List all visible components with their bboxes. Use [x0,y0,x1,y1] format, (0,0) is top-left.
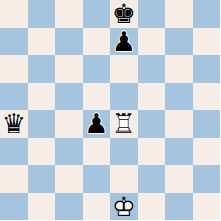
square-h3[interactable] [193,138,221,166]
square-a8[interactable] [0,0,28,28]
square-c5[interactable] [55,83,83,111]
square-e1[interactable]: ♚♔ [110,193,138,221]
square-a3[interactable] [0,138,28,166]
square-h5[interactable] [193,83,221,111]
square-e6[interactable] [110,55,138,83]
square-h7[interactable] [193,28,221,56]
square-d5[interactable] [83,83,111,111]
piece-white-king[interactable]: ♚♔ [112,193,136,220]
square-c7[interactable] [55,28,83,56]
square-g8[interactable] [165,0,193,28]
piece-outline-layer: ♖ [112,108,136,139]
square-a2[interactable] [0,165,28,193]
square-h6[interactable] [193,55,221,83]
square-f6[interactable] [138,55,166,83]
square-b3[interactable] [28,138,56,166]
square-b7[interactable] [28,28,56,56]
square-h4[interactable] [193,110,221,138]
square-a1[interactable] [0,193,28,221]
piece-outline-layer: ♔ [112,191,136,220]
square-a6[interactable] [0,55,28,83]
square-h8[interactable] [193,0,221,28]
piece-black-pawn[interactable]: ♟ [84,110,108,137]
square-g4[interactable] [165,110,193,138]
square-d8[interactable] [83,0,111,28]
piece-black-queen[interactable]: ♛ [2,110,26,137]
square-d7[interactable] [83,28,111,56]
square-g2[interactable] [165,165,193,193]
square-f4[interactable] [138,110,166,138]
square-e4[interactable]: ♜♖ [110,110,138,138]
square-b1[interactable] [28,193,56,221]
square-a4[interactable]: ♛ [0,110,28,138]
square-g1[interactable] [165,193,193,221]
square-b4[interactable] [28,110,56,138]
piece-white-rook[interactable]: ♜♖ [112,110,136,137]
square-h2[interactable] [193,165,221,193]
square-c4[interactable] [55,110,83,138]
square-c6[interactable] [55,55,83,83]
square-f5[interactable] [138,83,166,111]
square-g5[interactable] [165,83,193,111]
square-f8[interactable] [138,0,166,28]
square-d1[interactable] [83,193,111,221]
square-c3[interactable] [55,138,83,166]
chess-board: ♚♟♛♟♜♖♚♔ [0,0,220,220]
square-b8[interactable] [28,0,56,28]
square-a5[interactable] [0,83,28,111]
square-d4[interactable]: ♟ [83,110,111,138]
piece-black-king[interactable]: ♚ [112,0,136,27]
square-c1[interactable] [55,193,83,221]
square-e2[interactable] [110,165,138,193]
square-f3[interactable] [138,138,166,166]
square-g6[interactable] [165,55,193,83]
square-g3[interactable] [165,138,193,166]
square-g7[interactable] [165,28,193,56]
square-d2[interactable] [83,165,111,193]
square-b2[interactable] [28,165,56,193]
square-b5[interactable] [28,83,56,111]
square-a7[interactable] [0,28,28,56]
square-h1[interactable] [193,193,221,221]
square-c8[interactable] [55,0,83,28]
square-d3[interactable] [83,138,111,166]
square-e8[interactable]: ♚ [110,0,138,28]
square-d6[interactable] [83,55,111,83]
square-e3[interactable] [110,138,138,166]
square-e5[interactable] [110,83,138,111]
square-f2[interactable] [138,165,166,193]
square-f1[interactable] [138,193,166,221]
square-c2[interactable] [55,165,83,193]
piece-black-pawn[interactable]: ♟ [112,28,136,55]
square-b6[interactable] [28,55,56,83]
square-f7[interactable] [138,28,166,56]
square-e7[interactable]: ♟ [110,28,138,56]
